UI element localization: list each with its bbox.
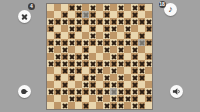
board-cell[interactable]: [75, 74, 82, 81]
board-cell[interactable]: [89, 18, 96, 25]
board-cell[interactable]: [61, 11, 68, 18]
board-cell[interactable]: [145, 88, 152, 95]
board-cell[interactable]: [131, 46, 138, 53]
board-cell[interactable]: [117, 11, 124, 18]
board-cell[interactable]: [68, 88, 75, 95]
board-cell[interactable]: [75, 4, 82, 11]
board-cell[interactable]: [68, 39, 75, 46]
board-cell[interactable]: [131, 4, 138, 11]
board-cell[interactable]: [68, 81, 75, 88]
music-note-icon: ♪: [168, 5, 173, 14]
board-cell[interactable]: [75, 81, 82, 88]
board-cell[interactable]: [110, 11, 117, 18]
board-cell[interactable]: [89, 25, 96, 32]
board-cell[interactable]: [131, 95, 138, 102]
board-cell[interactable]: [75, 46, 82, 53]
board-cell[interactable]: [138, 11, 145, 18]
board-cell[interactable]: [131, 67, 138, 74]
board-cell[interactable]: [124, 46, 131, 53]
board-cell[interactable]: [89, 102, 96, 109]
board-cell[interactable]: [96, 88, 103, 95]
board-cell[interactable]: [110, 4, 117, 11]
board-cell[interactable]: [47, 18, 54, 25]
board-cell[interactable]: [131, 74, 138, 81]
board-cell[interactable]: [145, 18, 152, 25]
board-cell[interactable]: [124, 32, 131, 39]
board-cell[interactable]: [117, 67, 124, 74]
board-cell[interactable]: [103, 32, 110, 39]
board-cell[interactable]: [82, 60, 89, 67]
board-cell[interactable]: [124, 95, 131, 102]
board-cell[interactable]: [75, 88, 82, 95]
board-cell[interactable]: [61, 74, 68, 81]
board-cell[interactable]: [124, 25, 131, 32]
board-cell[interactable]: [89, 67, 96, 74]
board-cell[interactable]: [110, 53, 117, 60]
board-cell[interactable]: [61, 81, 68, 88]
board-cell[interactable]: [110, 39, 117, 46]
board-cell[interactable]: [61, 95, 68, 102]
board-cell[interactable]: [131, 60, 138, 67]
board-cell[interactable]: [54, 32, 61, 39]
next-button[interactable]: [18, 85, 31, 98]
board-cell[interactable]: [89, 53, 96, 60]
board-cell[interactable]: [68, 60, 75, 67]
board-cell[interactable]: [47, 60, 54, 67]
board-cell[interactable]: [145, 25, 152, 32]
board-cell[interactable]: [103, 74, 110, 81]
board-cell[interactable]: [117, 60, 124, 67]
board-cell[interactable]: [117, 32, 124, 39]
board-cell[interactable]: [47, 39, 54, 46]
board-cell[interactable]: [103, 11, 110, 18]
board-cell[interactable]: [131, 81, 138, 88]
board-cell[interactable]: [103, 18, 110, 25]
board-cell[interactable]: [110, 60, 117, 67]
board-cell[interactable]: [75, 67, 82, 74]
board-cell[interactable]: [138, 67, 145, 74]
board-cell[interactable]: [138, 32, 145, 39]
board-cell[interactable]: [54, 81, 61, 88]
board-cell[interactable]: [75, 39, 82, 46]
board-cell[interactable]: [103, 46, 110, 53]
board-cell[interactable]: [75, 32, 82, 39]
board-cell[interactable]: [124, 4, 131, 11]
board-cell[interactable]: [54, 39, 61, 46]
board-cell[interactable]: [96, 74, 103, 81]
board-cell[interactable]: [82, 95, 89, 102]
board-cell[interactable]: [124, 11, 131, 18]
x-icon: [21, 13, 28, 20]
board-cell[interactable]: [61, 18, 68, 25]
board-cell[interactable]: [124, 60, 131, 67]
board-cell[interactable]: [82, 74, 89, 81]
board-cell[interactable]: [82, 102, 89, 109]
board-cell[interactable]: [75, 11, 82, 18]
board-cell[interactable]: [47, 11, 54, 18]
board-cell[interactable]: [117, 39, 124, 46]
board-cell[interactable]: [124, 88, 131, 95]
board-cell[interactable]: [82, 11, 89, 18]
board-cell[interactable]: [61, 102, 68, 109]
board-cell[interactable]: [47, 95, 54, 102]
board-cell[interactable]: [103, 88, 110, 95]
board-cell[interactable]: [82, 39, 89, 46]
board-cell[interactable]: [124, 67, 131, 74]
board-cell[interactable]: [138, 81, 145, 88]
board-cell[interactable]: [131, 32, 138, 39]
board-cell[interactable]: [138, 74, 145, 81]
board-cell[interactable]: [82, 88, 89, 95]
sound-button[interactable]: [170, 85, 183, 98]
board-cell[interactable]: [54, 88, 61, 95]
board-cell[interactable]: [89, 4, 96, 11]
board-cell[interactable]: [131, 53, 138, 60]
board-cell[interactable]: [54, 53, 61, 60]
board-cell[interactable]: [103, 4, 110, 11]
board-cell[interactable]: [47, 102, 54, 109]
board-cell[interactable]: [96, 60, 103, 67]
board-cell[interactable]: [110, 46, 117, 53]
board-cell[interactable]: [138, 53, 145, 60]
board-cell[interactable]: [138, 46, 145, 53]
board-cell[interactable]: [131, 39, 138, 46]
board-cell[interactable]: [61, 67, 68, 74]
board-cell[interactable]: [117, 74, 124, 81]
board-cell[interactable]: [96, 25, 103, 32]
board-cell[interactable]: [47, 32, 54, 39]
board-cell[interactable]: [110, 25, 117, 32]
board-cell[interactable]: [82, 81, 89, 88]
board-cell[interactable]: [110, 81, 117, 88]
board-cell[interactable]: [75, 25, 82, 32]
board-cell[interactable]: [82, 25, 89, 32]
board-cell[interactable]: [47, 67, 54, 74]
board-cell[interactable]: [117, 95, 124, 102]
board-cell[interactable]: [82, 4, 89, 11]
music-button[interactable]: ♪: [164, 3, 177, 16]
board-cell[interactable]: [54, 4, 61, 11]
board-cell[interactable]: [82, 67, 89, 74]
board-cell[interactable]: [47, 74, 54, 81]
board-cell[interactable]: [117, 53, 124, 60]
board-cell[interactable]: [117, 4, 124, 11]
board-cell[interactable]: [145, 60, 152, 67]
board-cell[interactable]: [103, 102, 110, 109]
board-cell[interactable]: [89, 81, 96, 88]
board-cell[interactable]: [89, 95, 96, 102]
board-cell[interactable]: [61, 46, 68, 53]
board-cell[interactable]: [103, 53, 110, 60]
board-cell[interactable]: [124, 18, 131, 25]
board-cell[interactable]: [124, 81, 131, 88]
board-cell[interactable]: [96, 18, 103, 25]
board-cell[interactable]: [75, 60, 82, 67]
board-cell[interactable]: [54, 11, 61, 18]
speaker-icon: [172, 87, 181, 96]
board-cell[interactable]: [96, 53, 103, 60]
board-cell[interactable]: [110, 102, 117, 109]
board-cell[interactable]: [117, 81, 124, 88]
board-cell[interactable]: [54, 102, 61, 109]
board-cell[interactable]: [47, 4, 54, 11]
board-cell[interactable]: [96, 39, 103, 46]
board-cell[interactable]: [124, 53, 131, 60]
board-cell[interactable]: [68, 67, 75, 74]
board-cell[interactable]: [145, 32, 152, 39]
board-cell[interactable]: [96, 11, 103, 18]
board-cell[interactable]: [61, 53, 68, 60]
board-cell[interactable]: [96, 4, 103, 11]
board-cell[interactable]: [54, 18, 61, 25]
board-cell[interactable]: [82, 53, 89, 60]
board-cell[interactable]: [110, 18, 117, 25]
board-cell[interactable]: [68, 4, 75, 11]
board-cell[interactable]: [117, 25, 124, 32]
x-marker-button[interactable]: [18, 10, 31, 23]
arrow-icon: [20, 87, 29, 96]
board-cell[interactable]: [82, 46, 89, 53]
board-cell[interactable]: [145, 81, 152, 88]
board-cell[interactable]: [61, 60, 68, 67]
x-count-badge: 4: [28, 3, 35, 10]
board-cell[interactable]: [89, 11, 96, 18]
board-cell[interactable]: [47, 53, 54, 60]
board-cell[interactable]: [96, 32, 103, 39]
board-cell[interactable]: [68, 102, 75, 109]
board-cell[interactable]: [110, 95, 117, 102]
board-cell[interactable]: [138, 18, 145, 25]
board-cell[interactable]: [138, 4, 145, 11]
board-cell[interactable]: [61, 25, 68, 32]
board-cell[interactable]: [68, 74, 75, 81]
board-cell[interactable]: [68, 32, 75, 39]
board-cell[interactable]: [138, 25, 145, 32]
board-cell[interactable]: [138, 95, 145, 102]
board-cell[interactable]: [131, 25, 138, 32]
board-cell[interactable]: [117, 18, 124, 25]
board-cell[interactable]: [68, 25, 75, 32]
board-cell[interactable]: [138, 102, 145, 109]
board-cell[interactable]: [145, 39, 152, 46]
board-cell[interactable]: [68, 46, 75, 53]
board-cell[interactable]: [82, 32, 89, 39]
board-cell[interactable]: [117, 88, 124, 95]
board-cell[interactable]: [103, 81, 110, 88]
board-cell[interactable]: [75, 18, 82, 25]
puzzle-board: [47, 4, 152, 109]
board-cell[interactable]: [131, 102, 138, 109]
board-cell[interactable]: [89, 88, 96, 95]
board-cell[interactable]: [96, 67, 103, 74]
board-cell[interactable]: [68, 11, 75, 18]
board-cell[interactable]: [103, 60, 110, 67]
music-count-badge: 18: [159, 1, 166, 8]
board-cell[interactable]: [145, 67, 152, 74]
board-cell[interactable]: [89, 74, 96, 81]
board-cell[interactable]: [117, 102, 124, 109]
board-cell[interactable]: [89, 32, 96, 39]
board-cell[interactable]: [131, 88, 138, 95]
board-cell[interactable]: [110, 32, 117, 39]
board-cell[interactable]: [110, 88, 117, 95]
board-cell[interactable]: [124, 74, 131, 81]
board-cell[interactable]: [54, 46, 61, 53]
board-cell[interactable]: [47, 88, 54, 95]
board-cell[interactable]: [61, 32, 68, 39]
board-cell[interactable]: [68, 53, 75, 60]
board-cell[interactable]: [145, 74, 152, 81]
board-cell[interactable]: [96, 95, 103, 102]
board-cell[interactable]: [61, 4, 68, 11]
board-cell[interactable]: [96, 81, 103, 88]
board-cell[interactable]: [96, 102, 103, 109]
board-cell[interactable]: [124, 102, 131, 109]
board-cell[interactable]: [54, 74, 61, 81]
board-cell[interactable]: [89, 46, 96, 53]
board-cell[interactable]: [82, 18, 89, 25]
board-cell[interactable]: [145, 53, 152, 60]
board-cell[interactable]: [103, 95, 110, 102]
board-cell[interactable]: [75, 95, 82, 102]
board-cell[interactable]: [131, 11, 138, 18]
board-cell[interactable]: [68, 18, 75, 25]
board-cell[interactable]: [47, 46, 54, 53]
board-cell[interactable]: [54, 25, 61, 32]
board-cell[interactable]: [75, 102, 82, 109]
board-cell[interactable]: [89, 39, 96, 46]
board-cell[interactable]: [138, 60, 145, 67]
board-cell[interactable]: [54, 67, 61, 74]
board-cell[interactable]: [145, 4, 152, 11]
board-cell[interactable]: [124, 39, 131, 46]
board-cell[interactable]: [68, 95, 75, 102]
board-cell[interactable]: [145, 95, 152, 102]
board-cell[interactable]: [61, 88, 68, 95]
board-cell[interactable]: [61, 39, 68, 46]
board-cell[interactable]: [75, 53, 82, 60]
board-cell[interactable]: [117, 46, 124, 53]
board-cell[interactable]: [145, 102, 152, 109]
board-cell[interactable]: [138, 88, 145, 95]
board-cell[interactable]: [47, 81, 54, 88]
board-cell[interactable]: [47, 25, 54, 32]
board-cell[interactable]: [96, 46, 103, 53]
board-cell[interactable]: [54, 60, 61, 67]
board-cell[interactable]: [110, 67, 117, 74]
board-cell[interactable]: [89, 60, 96, 67]
board-cell[interactable]: [110, 74, 117, 81]
board-cell[interactable]: [138, 39, 145, 46]
board-cell[interactable]: [103, 67, 110, 74]
board-cell[interactable]: [54, 95, 61, 102]
board-cell[interactable]: [131, 18, 138, 25]
board-cell[interactable]: [103, 25, 110, 32]
board-cell[interactable]: [145, 46, 152, 53]
board-cell[interactable]: [103, 39, 110, 46]
board-cell[interactable]: [145, 11, 152, 18]
